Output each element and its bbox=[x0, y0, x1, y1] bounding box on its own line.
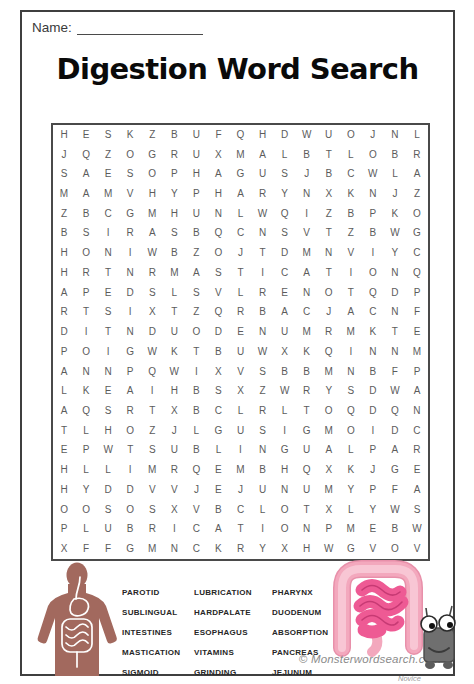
grid-cell-r14c5[interactable]: I bbox=[141, 381, 163, 401]
grid-cell-r8c9[interactable]: T bbox=[229, 263, 251, 283]
grid-cell-r4c1[interactable]: M bbox=[53, 184, 75, 204]
grid-cell-r2c15[interactable]: O bbox=[362, 145, 384, 165]
grid-cell-r2c6[interactable]: R bbox=[163, 145, 185, 165]
grid-cell-r7c2[interactable]: O bbox=[75, 243, 97, 263]
grid-cell-r4c16[interactable]: J bbox=[384, 184, 406, 204]
grid-cell-r20c8[interactable]: B bbox=[207, 500, 229, 520]
grid-cell-r18c11[interactable]: H bbox=[274, 460, 296, 480]
grid-cell-r12c13[interactable]: Q bbox=[318, 342, 340, 362]
grid-cell-r16c9[interactable]: U bbox=[229, 421, 251, 441]
grid-cell-r5c5[interactable]: M bbox=[141, 204, 163, 224]
grid-cell-r18c16[interactable]: G bbox=[384, 460, 406, 480]
grid-cell-r7c12[interactable]: M bbox=[296, 243, 318, 263]
grid-cell-r9c17[interactable]: P bbox=[406, 283, 428, 303]
grid-cell-r13c3[interactable]: N bbox=[97, 362, 119, 382]
grid-cell-r1c17[interactable]: L bbox=[406, 125, 428, 145]
grid-cell-r21c13[interactable]: P bbox=[318, 520, 340, 540]
grid-cell-r19c17[interactable]: A bbox=[406, 480, 428, 500]
grid-cell-r1c8[interactable]: F bbox=[207, 125, 229, 145]
grid-cell-r1c9[interactable]: Q bbox=[229, 125, 251, 145]
grid-cell-r14c12[interactable]: R bbox=[296, 381, 318, 401]
grid-cell-r16c1[interactable]: T bbox=[53, 421, 75, 441]
grid-cell-r20c1[interactable]: O bbox=[53, 500, 75, 520]
grid-cell-r19c6[interactable]: V bbox=[163, 480, 185, 500]
grid-cell-r10c14[interactable]: A bbox=[340, 303, 362, 323]
grid-cell-r15c3[interactable]: S bbox=[97, 401, 119, 421]
grid-cell-r19c16[interactable]: F bbox=[384, 480, 406, 500]
grid-cell-r15c7[interactable]: B bbox=[185, 401, 207, 421]
grid-cell-r9c4[interactable]: D bbox=[119, 283, 141, 303]
grid-cell-r6c17[interactable]: G bbox=[406, 224, 428, 244]
name-input-line[interactable] bbox=[77, 22, 203, 35]
grid-cell-r12c7[interactable]: T bbox=[185, 342, 207, 362]
grid-cell-r1c16[interactable]: N bbox=[384, 125, 406, 145]
grid-cell-r3c14[interactable]: C bbox=[340, 164, 362, 184]
grid-cell-r9c5[interactable]: S bbox=[141, 283, 163, 303]
grid-cell-r10c17[interactable]: F bbox=[406, 303, 428, 323]
grid-cell-r12c12[interactable]: K bbox=[296, 342, 318, 362]
grid-cell-r11c11[interactable]: U bbox=[274, 322, 296, 342]
grid-cell-r20c11[interactable]: O bbox=[274, 500, 296, 520]
grid-cell-r2c11[interactable]: L bbox=[274, 145, 296, 165]
grid-cell-r2c17[interactable]: R bbox=[406, 145, 428, 165]
grid-cell-r7c16[interactable]: Y bbox=[384, 243, 406, 263]
grid-cell-r17c9[interactable]: I bbox=[229, 441, 251, 461]
grid-cell-r8c5[interactable]: R bbox=[141, 263, 163, 283]
grid-cell-r21c4[interactable]: B bbox=[119, 520, 141, 540]
grid-cell-r2c2[interactable]: Q bbox=[75, 145, 97, 165]
grid-cell-r7c8[interactable]: O bbox=[207, 243, 229, 263]
grid-cell-r19c11[interactable]: N bbox=[274, 480, 296, 500]
grid-cell-r3c2[interactable]: A bbox=[75, 164, 97, 184]
grid-cell-r15c4[interactable]: R bbox=[119, 401, 141, 421]
grid-cell-r17c5[interactable]: S bbox=[141, 441, 163, 461]
grid-cell-r15c17[interactable]: N bbox=[406, 401, 428, 421]
grid-cell-r18c4[interactable]: I bbox=[119, 460, 141, 480]
grid-cell-r13c17[interactable]: P bbox=[406, 362, 428, 382]
grid-cell-r4c14[interactable]: K bbox=[340, 184, 362, 204]
grid-cell-r11c10[interactable]: N bbox=[252, 322, 274, 342]
grid-cell-r7c15[interactable]: I bbox=[362, 243, 384, 263]
grid-cell-r8c13[interactable]: T bbox=[318, 263, 340, 283]
grid-cell-r17c4[interactable]: T bbox=[119, 441, 141, 461]
grid-cell-r1c5[interactable]: Z bbox=[141, 125, 163, 145]
grid-cell-r22c10[interactable]: Y bbox=[252, 539, 274, 559]
grid-cell-r21c11[interactable]: O bbox=[274, 520, 296, 540]
grid-cell-r20c17[interactable]: S bbox=[406, 500, 428, 520]
grid-cell-r19c5[interactable]: V bbox=[141, 480, 163, 500]
grid-cell-r4c7[interactable]: P bbox=[185, 184, 207, 204]
grid-cell-r7c17[interactable]: C bbox=[406, 243, 428, 263]
grid-cell-r13c6[interactable]: W bbox=[163, 362, 185, 382]
grid-cell-r11c16[interactable]: T bbox=[384, 322, 406, 342]
grid-cell-r10c13[interactable]: J bbox=[318, 303, 340, 323]
grid-cell-r14c6[interactable]: H bbox=[163, 381, 185, 401]
grid-cell-r17c16[interactable]: A bbox=[384, 441, 406, 461]
grid-cell-r14c16[interactable]: W bbox=[384, 381, 406, 401]
grid-cell-r22c6[interactable]: N bbox=[163, 539, 185, 559]
grid-cell-r19c10[interactable]: U bbox=[252, 480, 274, 500]
grid-cell-r15c11[interactable]: L bbox=[274, 401, 296, 421]
grid-cell-r18c17[interactable]: E bbox=[406, 460, 428, 480]
grid-cell-r12c10[interactable]: W bbox=[252, 342, 274, 362]
grid-cell-r9c11[interactable]: E bbox=[274, 283, 296, 303]
grid-cell-r15c10[interactable]: R bbox=[252, 401, 274, 421]
grid-cell-r13c2[interactable]: N bbox=[75, 362, 97, 382]
grid-cell-r18c6[interactable]: R bbox=[163, 460, 185, 480]
grid-cell-r13c13[interactable]: M bbox=[318, 362, 340, 382]
grid-cell-r11c3[interactable]: T bbox=[97, 322, 119, 342]
grid-cell-r17c1[interactable]: E bbox=[53, 441, 75, 461]
grid-cell-r2c10[interactable]: A bbox=[252, 145, 274, 165]
grid-cell-r8c11[interactable]: C bbox=[274, 263, 296, 283]
grid-cell-r18c5[interactable]: M bbox=[141, 460, 163, 480]
grid-cell-r11c7[interactable]: O bbox=[185, 322, 207, 342]
grid-cell-r8c7[interactable]: A bbox=[185, 263, 207, 283]
grid-cell-r14c11[interactable]: W bbox=[274, 381, 296, 401]
grid-cell-r8c1[interactable]: H bbox=[53, 263, 75, 283]
grid-cell-r15c2[interactable]: Q bbox=[75, 401, 97, 421]
grid-cell-r4c13[interactable]: X bbox=[318, 184, 340, 204]
grid-cell-r18c12[interactable]: Q bbox=[296, 460, 318, 480]
grid-cell-r22c7[interactable]: C bbox=[185, 539, 207, 559]
grid-cell-r19c4[interactable]: D bbox=[119, 480, 141, 500]
grid-cell-r10c5[interactable]: X bbox=[141, 303, 163, 323]
grid-cell-r13c7[interactable]: I bbox=[185, 362, 207, 382]
grid-cell-r7c5[interactable]: W bbox=[141, 243, 163, 263]
grid-cell-r18c13[interactable]: X bbox=[318, 460, 340, 480]
grid-cell-r4c12[interactable]: N bbox=[296, 184, 318, 204]
grid-cell-r15c8[interactable]: C bbox=[207, 401, 229, 421]
grid-cell-r6c16[interactable]: W bbox=[384, 224, 406, 244]
grid-cell-r2c3[interactable]: Z bbox=[97, 145, 119, 165]
grid-cell-r16c11[interactable]: I bbox=[274, 421, 296, 441]
grid-cell-r20c7[interactable]: V bbox=[185, 500, 207, 520]
grid-cell-r15c5[interactable]: T bbox=[141, 401, 163, 421]
grid-cell-r11c12[interactable]: M bbox=[296, 322, 318, 342]
grid-cell-r4c2[interactable]: A bbox=[75, 184, 97, 204]
grid-cell-r11c6[interactable]: U bbox=[163, 322, 185, 342]
grid-cell-r19c8[interactable]: E bbox=[207, 480, 229, 500]
grid-cell-r4c3[interactable]: M bbox=[97, 184, 119, 204]
grid-cell-r16c13[interactable]: M bbox=[318, 421, 340, 441]
grid-cell-r5c11[interactable]: Q bbox=[274, 204, 296, 224]
grid-cell-r22c8[interactable]: K bbox=[207, 539, 229, 559]
grid-cell-r14c8[interactable]: S bbox=[207, 381, 229, 401]
grid-cell-r9c16[interactable]: D bbox=[384, 283, 406, 303]
grid-cell-r14c7[interactable]: B bbox=[185, 381, 207, 401]
grid-cell-r18c2[interactable]: L bbox=[75, 460, 97, 480]
grid-cell-r1c14[interactable]: O bbox=[340, 125, 362, 145]
grid-cell-r13c9[interactable]: V bbox=[229, 362, 251, 382]
grid-cell-r4c4[interactable]: V bbox=[119, 184, 141, 204]
grid-cell-r12c2[interactable]: O bbox=[75, 342, 97, 362]
grid-cell-r3c15[interactable]: W bbox=[362, 164, 384, 184]
grid-cell-r16c16[interactable]: D bbox=[384, 421, 406, 441]
grid-cell-r21c1[interactable]: P bbox=[53, 520, 75, 540]
grid-cell-r1c13[interactable]: U bbox=[318, 125, 340, 145]
grid-cell-r21c17[interactable]: W bbox=[406, 520, 428, 540]
grid-cell-r7c4[interactable]: I bbox=[119, 243, 141, 263]
grid-cell-r5c4[interactable]: G bbox=[119, 204, 141, 224]
grid-cell-r14c2[interactable]: K bbox=[75, 381, 97, 401]
grid-cell-r8c15[interactable]: O bbox=[362, 263, 384, 283]
grid-cell-r8c3[interactable]: T bbox=[97, 263, 119, 283]
grid-cell-r4c8[interactable]: H bbox=[207, 184, 229, 204]
grid-cell-r20c4[interactable]: O bbox=[119, 500, 141, 520]
grid-cell-r3c16[interactable]: L bbox=[384, 164, 406, 184]
grid-cell-r17c6[interactable]: U bbox=[163, 441, 185, 461]
grid-cell-r17c13[interactable]: A bbox=[318, 441, 340, 461]
grid-cell-r10c9[interactable]: R bbox=[229, 303, 251, 323]
grid-cell-r9c8[interactable]: V bbox=[207, 283, 229, 303]
grid-cell-r6c10[interactable]: N bbox=[252, 224, 274, 244]
grid-cell-r1c6[interactable]: B bbox=[163, 125, 185, 145]
grid-cell-r13c10[interactable]: S bbox=[252, 362, 274, 382]
grid-cell-r1c3[interactable]: S bbox=[97, 125, 119, 145]
grid-cell-r16c4[interactable]: O bbox=[119, 421, 141, 441]
grid-cell-r12c17[interactable]: M bbox=[406, 342, 428, 362]
grid-cell-r1c1[interactable]: H bbox=[53, 125, 75, 145]
grid-cell-r18c14[interactable]: K bbox=[340, 460, 362, 480]
grid-cell-r22c5[interactable]: M bbox=[141, 539, 163, 559]
grid-cell-r2c12[interactable]: B bbox=[296, 145, 318, 165]
grid-cell-r5c7[interactable]: U bbox=[185, 204, 207, 224]
grid-cell-r15c15[interactable]: D bbox=[362, 401, 384, 421]
grid-cell-r8c6[interactable]: M bbox=[163, 263, 185, 283]
grid-cell-r19c2[interactable]: Y bbox=[75, 480, 97, 500]
grid-cell-r8c8[interactable]: S bbox=[207, 263, 229, 283]
grid-cell-r16c6[interactable]: J bbox=[163, 421, 185, 441]
grid-cell-r21c12[interactable]: N bbox=[296, 520, 318, 540]
grid-cell-r18c7[interactable]: Q bbox=[185, 460, 207, 480]
grid-cell-r11c9[interactable]: E bbox=[229, 322, 251, 342]
grid-cell-r8c4[interactable]: N bbox=[119, 263, 141, 283]
grid-cell-r7c3[interactable]: N bbox=[97, 243, 119, 263]
grid-cell-r2c7[interactable]: U bbox=[185, 145, 207, 165]
grid-cell-r3c13[interactable]: B bbox=[318, 164, 340, 184]
grid-cell-r5c10[interactable]: W bbox=[252, 204, 274, 224]
grid-cell-r12c11[interactable]: X bbox=[274, 342, 296, 362]
grid-cell-r14c13[interactable]: Y bbox=[318, 381, 340, 401]
grid-cell-r22c2[interactable]: F bbox=[75, 539, 97, 559]
grid-cell-r16c5[interactable]: Z bbox=[141, 421, 163, 441]
grid-cell-r4c10[interactable]: R bbox=[252, 184, 274, 204]
grid-cell-r20c16[interactable]: W bbox=[384, 500, 406, 520]
grid-cell-r12c16[interactable]: N bbox=[384, 342, 406, 362]
grid-cell-r21c16[interactable]: B bbox=[384, 520, 406, 540]
grid-cell-r16c14[interactable]: O bbox=[340, 421, 362, 441]
grid-cell-r20c5[interactable]: S bbox=[141, 500, 163, 520]
grid-cell-r9c1[interactable]: A bbox=[53, 283, 75, 303]
grid-cell-r3c7[interactable]: H bbox=[185, 164, 207, 184]
grid-cell-r21c9[interactable]: T bbox=[229, 520, 251, 540]
grid-cell-r8c17[interactable]: Q bbox=[406, 263, 428, 283]
grid-cell-r19c7[interactable]: J bbox=[185, 480, 207, 500]
grid-cell-r2c4[interactable]: O bbox=[119, 145, 141, 165]
grid-cell-r8c10[interactable]: I bbox=[252, 263, 274, 283]
grid-cell-r2c5[interactable]: G bbox=[141, 145, 163, 165]
grid-cell-r15c13[interactable]: O bbox=[318, 401, 340, 421]
grid-cell-r21c10[interactable]: I bbox=[252, 520, 274, 540]
grid-cell-r17c8[interactable]: L bbox=[207, 441, 229, 461]
grid-cell-r2c16[interactable]: B bbox=[384, 145, 406, 165]
grid-cell-r4c5[interactable]: H bbox=[141, 184, 163, 204]
grid-cell-r11c2[interactable]: I bbox=[75, 322, 97, 342]
grid-cell-r11c5[interactable]: D bbox=[141, 322, 163, 342]
grid-cell-r11c15[interactable]: K bbox=[362, 322, 384, 342]
grid-cell-r9c7[interactable]: S bbox=[185, 283, 207, 303]
grid-cell-r4c11[interactable]: Y bbox=[274, 184, 296, 204]
grid-cell-r9c13[interactable]: O bbox=[318, 283, 340, 303]
grid-cell-r8c14[interactable]: I bbox=[340, 263, 362, 283]
grid-cell-r13c4[interactable]: P bbox=[119, 362, 141, 382]
grid-cell-r10c6[interactable]: T bbox=[163, 303, 185, 323]
grid-cell-r19c12[interactable]: U bbox=[296, 480, 318, 500]
grid-cell-r10c11[interactable]: A bbox=[274, 303, 296, 323]
grid-cell-r16c7[interactable]: L bbox=[185, 421, 207, 441]
grid-cell-r7c7[interactable]: Z bbox=[185, 243, 207, 263]
grid-cell-r2c13[interactable]: T bbox=[318, 145, 340, 165]
grid-cell-r22c1[interactable]: X bbox=[53, 539, 75, 559]
grid-cell-r20c3[interactable]: S bbox=[97, 500, 119, 520]
grid-cell-r9c9[interactable]: L bbox=[229, 283, 251, 303]
grid-cell-r6c1[interactable]: B bbox=[53, 224, 75, 244]
grid-cell-r14c9[interactable]: X bbox=[229, 381, 251, 401]
grid-cell-r13c8[interactable]: X bbox=[207, 362, 229, 382]
grid-cell-r22c12[interactable]: H bbox=[296, 539, 318, 559]
grid-cell-r6c5[interactable]: A bbox=[141, 224, 163, 244]
grid-cell-r18c10[interactable]: B bbox=[252, 460, 274, 480]
grid-cell-r3c4[interactable]: S bbox=[119, 164, 141, 184]
grid-cell-r6c7[interactable]: B bbox=[185, 224, 207, 244]
grid-cell-r10c8[interactable]: Q bbox=[207, 303, 229, 323]
grid-cell-r10c15[interactable]: C bbox=[362, 303, 384, 323]
grid-cell-r20c2[interactable]: O bbox=[75, 500, 97, 520]
grid-cell-r19c14[interactable]: Y bbox=[340, 480, 362, 500]
grid-cell-r16c15[interactable]: I bbox=[362, 421, 384, 441]
grid-cell-r16c12[interactable]: G bbox=[296, 421, 318, 441]
grid-cell-r15c9[interactable]: L bbox=[229, 401, 251, 421]
grid-cell-r10c3[interactable]: S bbox=[97, 303, 119, 323]
grid-cell-r18c15[interactable]: J bbox=[362, 460, 384, 480]
grid-cell-r16c3[interactable]: H bbox=[97, 421, 119, 441]
grid-cell-r12c15[interactable]: N bbox=[362, 342, 384, 362]
grid-cell-r6c2[interactable]: S bbox=[75, 224, 97, 244]
grid-cell-r2c14[interactable]: L bbox=[340, 145, 362, 165]
grid-cell-r12c6[interactable]: K bbox=[163, 342, 185, 362]
grid-cell-r11c8[interactable]: D bbox=[207, 322, 229, 342]
grid-cell-r7c1[interactable]: H bbox=[53, 243, 75, 263]
grid-cell-r21c14[interactable]: M bbox=[340, 520, 362, 540]
grid-cell-r7c13[interactable]: N bbox=[318, 243, 340, 263]
grid-cell-r14c1[interactable]: L bbox=[53, 381, 75, 401]
grid-cell-r21c3[interactable]: U bbox=[97, 520, 119, 540]
grid-cell-r1c12[interactable]: W bbox=[296, 125, 318, 145]
grid-cell-r8c16[interactable]: N bbox=[384, 263, 406, 283]
grid-cell-r9c10[interactable]: R bbox=[252, 283, 274, 303]
grid-cell-r9c12[interactable]: N bbox=[296, 283, 318, 303]
grid-cell-r13c1[interactable]: A bbox=[53, 362, 75, 382]
grid-cell-r5c3[interactable]: C bbox=[97, 204, 119, 224]
grid-cell-r16c2[interactable]: L bbox=[75, 421, 97, 441]
grid-cell-r13c16[interactable]: F bbox=[384, 362, 406, 382]
grid-cell-r12c8[interactable]: B bbox=[207, 342, 229, 362]
grid-cell-r5c14[interactable]: B bbox=[340, 204, 362, 224]
grid-cell-r17c17[interactable]: R bbox=[406, 441, 428, 461]
grid-cell-r21c2[interactable]: L bbox=[75, 520, 97, 540]
grid-cell-r22c11[interactable]: X bbox=[274, 539, 296, 559]
grid-cell-r11c4[interactable]: N bbox=[119, 322, 141, 342]
grid-cell-r3c12[interactable]: J bbox=[296, 164, 318, 184]
grid-cell-r7c10[interactable]: T bbox=[252, 243, 274, 263]
grid-cell-r15c12[interactable]: T bbox=[296, 401, 318, 421]
grid-cell-r9c6[interactable]: L bbox=[163, 283, 185, 303]
grid-cell-r6c8[interactable]: Q bbox=[207, 224, 229, 244]
grid-cell-r1c11[interactable]: D bbox=[274, 125, 296, 145]
grid-cell-r21c6[interactable]: I bbox=[163, 520, 185, 540]
grid-cell-r21c7[interactable]: C bbox=[185, 520, 207, 540]
grid-cell-r14c4[interactable]: A bbox=[119, 381, 141, 401]
grid-cell-r6c4[interactable]: R bbox=[119, 224, 141, 244]
grid-cell-r2c8[interactable]: X bbox=[207, 145, 229, 165]
grid-cell-r10c4[interactable]: I bbox=[119, 303, 141, 323]
grid-cell-r16c10[interactable]: S bbox=[252, 421, 274, 441]
grid-cell-r9c15[interactable]: Q bbox=[362, 283, 384, 303]
grid-cell-r10c7[interactable]: Z bbox=[185, 303, 207, 323]
grid-cell-r20c9[interactable]: C bbox=[229, 500, 251, 520]
grid-cell-r11c17[interactable]: E bbox=[406, 322, 428, 342]
grid-cell-r6c11[interactable]: S bbox=[274, 224, 296, 244]
grid-cell-r14c3[interactable]: E bbox=[97, 381, 119, 401]
grid-cell-r9c14[interactable]: T bbox=[340, 283, 362, 303]
grid-cell-r22c3[interactable]: F bbox=[97, 539, 119, 559]
grid-cell-r20c12[interactable]: T bbox=[296, 500, 318, 520]
grid-cell-r15c6[interactable]: X bbox=[163, 401, 185, 421]
grid-cell-r10c2[interactable]: T bbox=[75, 303, 97, 323]
grid-cell-r21c5[interactable]: R bbox=[141, 520, 163, 540]
grid-cell-r15c14[interactable]: Q bbox=[340, 401, 362, 421]
grid-cell-r8c12[interactable]: A bbox=[296, 263, 318, 283]
grid-cell-r17c12[interactable]: U bbox=[296, 441, 318, 461]
grid-cell-r3c8[interactable]: A bbox=[207, 164, 229, 184]
grid-cell-r3c6[interactable]: P bbox=[163, 164, 185, 184]
grid-cell-r2c9[interactable]: M bbox=[229, 145, 251, 165]
grid-cell-r6c13[interactable]: T bbox=[318, 224, 340, 244]
grid-cell-r3c1[interactable]: S bbox=[53, 164, 75, 184]
grid-cell-r2c1[interactable]: J bbox=[53, 145, 75, 165]
grid-cell-r3c17[interactable]: A bbox=[406, 164, 428, 184]
grid-cell-r4c9[interactable]: A bbox=[229, 184, 251, 204]
grid-cell-r17c10[interactable]: N bbox=[252, 441, 274, 461]
grid-cell-r18c8[interactable]: E bbox=[207, 460, 229, 480]
grid-cell-r19c15[interactable]: P bbox=[362, 480, 384, 500]
grid-cell-r19c9[interactable]: J bbox=[229, 480, 251, 500]
grid-cell-r17c11[interactable]: G bbox=[274, 441, 296, 461]
grid-cell-r18c9[interactable]: M bbox=[229, 460, 251, 480]
grid-cell-r5c9[interactable]: L bbox=[229, 204, 251, 224]
grid-cell-r13c12[interactable]: B bbox=[296, 362, 318, 382]
grid-cell-r10c12[interactable]: C bbox=[296, 303, 318, 323]
grid-cell-r5c12[interactable]: I bbox=[296, 204, 318, 224]
grid-cell-r19c13[interactable]: M bbox=[318, 480, 340, 500]
grid-cell-r12c3[interactable]: I bbox=[97, 342, 119, 362]
grid-cell-r20c13[interactable]: X bbox=[318, 500, 340, 520]
grid-cell-r4c6[interactable]: Y bbox=[163, 184, 185, 204]
grid-cell-r18c1[interactable]: H bbox=[53, 460, 75, 480]
grid-cell-r6c3[interactable]: I bbox=[97, 224, 119, 244]
grid-cell-r21c8[interactable]: A bbox=[207, 520, 229, 540]
